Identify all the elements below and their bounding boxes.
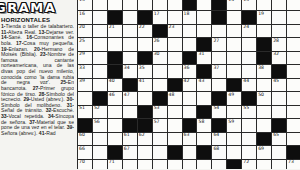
- clue-number: 25-: [60, 79, 67, 85]
- black-cell-r7c7: [168, 79, 183, 93]
- cell-r10c3[interactable]: [108, 119, 123, 133]
- cell-number: 24: [243, 25, 249, 30]
- black-cell-r2c10: [212, 11, 227, 25]
- cell-r9c14[interactable]: [272, 106, 287, 120]
- cell-r2c9[interactable]: [197, 11, 212, 25]
- cell-number: 71: [109, 160, 115, 165]
- cell-r8c14[interactable]: [272, 92, 287, 106]
- cell-r1c11[interactable]: 14: [227, 0, 242, 11]
- cell-r9c11[interactable]: [227, 106, 242, 120]
- clue-number: 23-: [40, 51, 47, 57]
- cell-r2c11[interactable]: [227, 11, 242, 25]
- cell-r6c5[interactable]: 35: [138, 65, 153, 79]
- cell-number: 26: [154, 39, 160, 44]
- black-cell-r12c15: [287, 146, 300, 160]
- cell-r10c9[interactable]: 58: [197, 119, 212, 133]
- cell-number: 19: [258, 12, 264, 17]
- cell-r12c5[interactable]: [138, 146, 153, 160]
- cell-r3c2[interactable]: [93, 25, 108, 39]
- cell-r6c11[interactable]: [227, 65, 242, 79]
- cell-r3c13[interactable]: [257, 25, 272, 39]
- black-cell-r10c8: [183, 119, 198, 133]
- cell-r11c10[interactable]: 64: [212, 133, 227, 147]
- cell-r3c7[interactable]: 23: [168, 25, 183, 39]
- cell-r10c15[interactable]: [287, 119, 300, 133]
- cell-number: 65: [273, 133, 279, 138]
- cell-number: 64: [213, 133, 219, 138]
- cell-number: 21: [109, 25, 115, 30]
- cell-number: 39: [79, 79, 85, 84]
- cell-number: 28: [273, 39, 279, 44]
- cell-r4c15[interactable]: [287, 38, 300, 52]
- cell-r7c1[interactable]: 39: [78, 79, 93, 93]
- cell-r13c4[interactable]: [123, 160, 138, 170]
- cell-r6c2[interactable]: [93, 65, 108, 79]
- clue-number: 17-: [16, 40, 23, 46]
- cell-r4c8[interactable]: [183, 38, 198, 52]
- black-cell-r8c10: [212, 92, 227, 106]
- cell-r5c1[interactable]: 29: [78, 52, 93, 66]
- cell-r11c1[interactable]: 60: [78, 133, 93, 147]
- cell-r4c10[interactable]: 27: [212, 38, 227, 52]
- cell-r13c13[interactable]: [257, 160, 272, 170]
- cell-number: 72: [243, 160, 249, 165]
- cell-number: 58: [198, 120, 204, 125]
- cell-r6c6[interactable]: [153, 65, 168, 79]
- cell-r4c11[interactable]: [227, 38, 242, 52]
- cell-r4c4[interactable]: [123, 38, 138, 52]
- cell-r5c12[interactable]: [242, 52, 257, 66]
- cell-r3c12[interactable]: 24: [242, 25, 257, 39]
- cell-r7c9[interactable]: 43: [197, 79, 212, 93]
- cell-r8c7[interactable]: 48: [168, 92, 183, 106]
- clue-number: 13-: [39, 29, 46, 35]
- cell-number: 45: [273, 79, 279, 84]
- cell-r9c15[interactable]: [287, 106, 300, 120]
- cell-r11c5[interactable]: 62: [138, 133, 153, 147]
- puzzle-title: GRAMA: [0, 0, 74, 14]
- cell-r9c2[interactable]: 52: [93, 106, 108, 120]
- cell-r9c6[interactable]: 53: [153, 106, 168, 120]
- clue-number: 34-: [48, 113, 55, 119]
- black-cell-r12c3: [108, 146, 123, 160]
- black-cell-r2c3: [108, 11, 123, 25]
- cell-r8c9[interactable]: [197, 92, 212, 106]
- cell-r6c10[interactable]: 37: [212, 65, 227, 79]
- cell-number: 36: [184, 66, 190, 71]
- cell-r2c6[interactable]: 17: [153, 11, 168, 25]
- cell-number: 48: [169, 93, 175, 98]
- cell-r8c13[interactable]: 50: [257, 92, 272, 106]
- cell-r9c12[interactable]: 55: [242, 106, 257, 120]
- cell-number: 61: [124, 133, 130, 138]
- cell-r7c3[interactable]: 40: [108, 79, 123, 93]
- cell-r10c12[interactable]: [242, 119, 257, 133]
- cell-r9c4[interactable]: [123, 106, 138, 120]
- cell-r1c14[interactable]: [272, 0, 287, 11]
- cell-r13c3[interactable]: 71: [108, 160, 123, 170]
- clue-number: 37-: [29, 119, 36, 125]
- cell-r7c8[interactable]: 42: [183, 79, 198, 93]
- cell-r2c14[interactable]: [272, 11, 287, 25]
- clue-number: 28-: [39, 91, 46, 97]
- cell-r4c14[interactable]: 28: [272, 38, 287, 52]
- black-cell-r8c12: [242, 92, 257, 106]
- cell-r5c2[interactable]: [93, 52, 108, 66]
- cell-r5c11[interactable]: [227, 52, 242, 66]
- clue-number: 14-: [1, 34, 8, 40]
- cell-r5c14[interactable]: 32: [272, 52, 287, 66]
- cell-r6c7[interactable]: [168, 65, 183, 79]
- cell-r3c3[interactable]: 21: [108, 25, 123, 39]
- cell-r8c4[interactable]: 47: [123, 92, 138, 106]
- cell-r11c8[interactable]: 63: [183, 133, 198, 147]
- cell-number: 17: [154, 12, 160, 17]
- black-cell-r10c14: [272, 119, 287, 133]
- cell-r2c8[interactable]: 18: [183, 11, 198, 25]
- cell-r1c1[interactable]: 13: [78, 0, 93, 11]
- across-clues: 1-Tienda o taller de talabartero. 11-Alt…: [1, 24, 74, 137]
- black-cell-r5c8: [183, 52, 198, 66]
- black-cell-r1c8: [183, 0, 198, 11]
- cell-r13c12[interactable]: 72: [242, 160, 257, 170]
- cell-r6c1[interactable]: 33: [78, 65, 93, 79]
- cell-number: 14: [228, 0, 234, 3]
- cell-number: 34: [124, 66, 130, 71]
- clue-number: 39-: [67, 124, 74, 130]
- clue-number: 29-: [23, 96, 30, 102]
- black-cell-r10c10: [212, 119, 227, 133]
- cell-number: 73: [288, 160, 294, 165]
- cell-r13c7[interactable]: [168, 160, 183, 170]
- cell-r9c7[interactable]: [168, 106, 183, 120]
- cell-r1c13[interactable]: [257, 0, 272, 11]
- cell-r10c2[interactable]: 56: [93, 119, 108, 133]
- black-cell-r6c3: [108, 65, 123, 79]
- cell-number: 68: [213, 147, 219, 152]
- cell-r8c1[interactable]: [78, 92, 93, 106]
- cell-r10c11[interactable]: 59: [227, 119, 242, 133]
- cell-r1c4[interactable]: [123, 0, 138, 11]
- cell-r13c9[interactable]: [197, 160, 212, 170]
- cell-r3c14[interactable]: [272, 25, 287, 39]
- cell-number: 13: [79, 0, 85, 3]
- cell-r10c6[interactable]: 57: [153, 119, 168, 133]
- black-cell-r7c11: [227, 79, 242, 93]
- cell-r11c6[interactable]: [153, 133, 168, 147]
- cell-r12c2[interactable]: [93, 146, 108, 160]
- cell-r6c4[interactable]: 34: [123, 65, 138, 79]
- cell-r4c7[interactable]: [168, 38, 183, 52]
- cell-number: 44: [243, 79, 249, 84]
- cell-r4c5[interactable]: [138, 38, 153, 52]
- cell-r5c10[interactable]: [212, 52, 227, 66]
- cell-r2c7[interactable]: [168, 11, 183, 25]
- cell-r4c1[interactable]: 25: [78, 38, 93, 52]
- black-cell-r2c5: [138, 11, 153, 25]
- black-cell-r12c9: [197, 146, 212, 160]
- cell-r7c14[interactable]: 45: [272, 79, 287, 93]
- clue-number: 16-: [26, 34, 33, 40]
- cell-r2c2[interactable]: [93, 11, 108, 25]
- cell-r10c7[interactable]: [168, 119, 183, 133]
- cell-number: 56: [94, 120, 100, 125]
- cell-number: 33: [79, 66, 85, 71]
- cell-r10c13[interactable]: [257, 119, 272, 133]
- cell-number: 43: [198, 79, 204, 84]
- black-cell-r1c10: [212, 0, 227, 11]
- black-cell-r10c4: [123, 119, 138, 133]
- cell-r8c15[interactable]: [287, 92, 300, 106]
- cell-number: 38: [258, 66, 264, 71]
- cell-r7c13[interactable]: [257, 79, 272, 93]
- cell-number: 67: [124, 147, 130, 152]
- cell-r8c8[interactable]: [183, 92, 198, 106]
- cell-r5c7[interactable]: [168, 52, 183, 66]
- cell-r3c9[interactable]: [197, 25, 212, 39]
- cell-number: 20: [79, 25, 85, 30]
- black-cell-r10c5: [138, 119, 153, 133]
- cell-number: 51: [79, 106, 85, 111]
- cell-r5c15[interactable]: [287, 52, 300, 66]
- cell-number: 47: [124, 93, 130, 98]
- clue-number: 31-: [67, 102, 74, 108]
- black-cell-r12c7: [168, 146, 183, 160]
- cell-r5c6[interactable]: 30: [153, 52, 168, 66]
- black-cell-r9c9: [197, 106, 212, 120]
- cell-number: 60: [79, 133, 85, 138]
- black-cell-r13c11: [227, 160, 242, 170]
- cell-number: 22: [139, 25, 145, 30]
- cell-r1c12[interactable]: 15: [242, 0, 257, 11]
- cell-r2c15[interactable]: [287, 11, 300, 25]
- cell-r1c7[interactable]: [168, 0, 183, 11]
- black-cell-r8c2: [93, 92, 108, 106]
- black-cell-r10c1: [78, 119, 93, 133]
- cell-r1c5[interactable]: [138, 0, 153, 11]
- cell-r11c9[interactable]: [197, 133, 212, 147]
- cell-r3c4[interactable]: [123, 25, 138, 39]
- black-cell-r11c13: [257, 133, 272, 147]
- cell-r4c3[interactable]: [108, 38, 123, 52]
- cell-r9c13[interactable]: [257, 106, 272, 120]
- black-cell-r2c12: [242, 11, 257, 25]
- black-cell-r4c9: [197, 38, 212, 52]
- cell-r8c3[interactable]: 46: [108, 92, 123, 106]
- cell-number: 70: [79, 160, 85, 165]
- cell-number: 49: [228, 93, 234, 98]
- cell-r3c10[interactable]: [212, 25, 227, 39]
- cell-r3c5[interactable]: 22: [138, 25, 153, 39]
- cell-r7c5[interactable]: 41: [138, 79, 153, 93]
- cell-r12c13[interactable]: 69: [257, 146, 272, 160]
- cell-r3c11[interactable]: [227, 25, 242, 39]
- black-cell-r5c5: [138, 52, 153, 66]
- cell-r6c13[interactable]: 38: [257, 65, 272, 79]
- cell-r6c15[interactable]: [287, 65, 300, 79]
- cell-r6c12[interactable]: [242, 65, 257, 79]
- cell-number: 59: [228, 120, 234, 125]
- cell-r11c12[interactable]: [242, 133, 257, 147]
- cell-r12c11[interactable]: [227, 146, 242, 160]
- cell-r9c8[interactable]: [183, 106, 198, 120]
- cell-r1c15[interactable]: [287, 0, 300, 11]
- cell-number: 52: [94, 106, 100, 111]
- cell-r13c14[interactable]: [272, 160, 287, 170]
- cell-number: 63: [184, 133, 190, 138]
- cell-r5c9[interactable]: 31: [197, 52, 212, 66]
- cell-number: 15: [243, 0, 249, 3]
- cell-number: 54: [213, 106, 219, 111]
- cell-r5c4[interactable]: [123, 52, 138, 66]
- black-cell-r6c9: [197, 65, 212, 79]
- cell-r7c12[interactable]: 44: [242, 79, 257, 93]
- cell-r1c2[interactable]: [93, 0, 108, 11]
- cell-number: 55: [243, 106, 249, 111]
- cell-r13c6[interactable]: [153, 160, 168, 170]
- black-cell-r4c13: [257, 38, 272, 52]
- cell-r12c4[interactable]: 67: [123, 146, 138, 160]
- cell-number: 42: [184, 79, 190, 84]
- clues-column: GRAMA HORIZONTALES 1-Tienda o taller de …: [0, 0, 74, 169]
- cell-r11c7[interactable]: [168, 133, 183, 147]
- cell-r9c1[interactable]: 51: [78, 106, 93, 120]
- cell-number: 29: [79, 52, 85, 57]
- cell-number: 16: [79, 12, 85, 17]
- cell-r4c12[interactable]: [242, 38, 257, 52]
- clue-number: 19-: [1, 46, 8, 52]
- cell-r13c10[interactable]: [212, 160, 227, 170]
- cell-r3c1[interactable]: 20: [78, 25, 93, 39]
- cell-r4c2[interactable]: [93, 38, 108, 52]
- cell-r13c1[interactable]: 70: [78, 160, 93, 170]
- cell-r1c3[interactable]: [108, 0, 123, 11]
- cell-number: 41: [139, 79, 145, 84]
- cell-r4c6[interactable]: 26: [153, 38, 168, 52]
- cell-number: 31: [198, 52, 204, 57]
- cell-r13c15[interactable]: 73: [287, 160, 300, 170]
- cell-r8c11[interactable]: 49: [227, 92, 242, 106]
- cell-r13c5[interactable]: [138, 160, 153, 170]
- cell-r12c12[interactable]: [242, 146, 257, 160]
- cell-r7c15[interactable]: [287, 79, 300, 93]
- cell-number: 18: [184, 12, 190, 17]
- cell-number: 57: [154, 120, 160, 125]
- cell-r6c8[interactable]: 36: [183, 65, 198, 79]
- crossword-grid: 1314151617181920212223242526272829303132…: [77, 0, 300, 169]
- cell-r2c1[interactable]: 16: [78, 11, 93, 25]
- cell-r12c10[interactable]: 68: [212, 146, 227, 160]
- cell-number: 23: [169, 25, 175, 30]
- cell-r2c4[interactable]: [123, 11, 138, 25]
- cell-r11c4[interactable]: 61: [123, 133, 138, 147]
- cell-r11c11[interactable]: [227, 133, 242, 147]
- black-cell-r5c3: [108, 52, 123, 66]
- cell-r12c1[interactable]: 66: [78, 146, 93, 160]
- cell-r3c8[interactable]: [183, 25, 198, 39]
- cell-r2c13[interactable]: 19: [257, 11, 272, 25]
- cell-r7c10[interactable]: [212, 79, 227, 93]
- cell-number: 27: [213, 39, 219, 44]
- cell-r7c6[interactable]: [153, 79, 168, 93]
- cell-r7c2[interactable]: [93, 79, 108, 93]
- cell-r8c5[interactable]: [138, 92, 153, 106]
- cell-r11c3[interactable]: [108, 133, 123, 147]
- cell-number: 40: [109, 79, 115, 84]
- black-cell-r9c5: [138, 106, 153, 120]
- cell-r3c15[interactable]: [287, 25, 300, 39]
- cell-number: 37: [213, 66, 219, 71]
- cell-r11c15[interactable]: [287, 133, 300, 147]
- cell-r9c10[interactable]: 54: [212, 106, 227, 120]
- cell-number: 46: [109, 93, 115, 98]
- cell-number: 50: [258, 93, 264, 98]
- cell-r12c8[interactable]: [183, 146, 198, 160]
- black-cell-r3c6: [153, 25, 168, 39]
- cell-r12c6[interactable]: [153, 146, 168, 160]
- cell-r1c6[interactable]: [153, 0, 168, 11]
- cell-number: 32: [273, 52, 279, 57]
- clue-number: 41-: [39, 130, 46, 136]
- cell-r13c8[interactable]: [183, 160, 198, 170]
- cell-r12c14[interactable]: [272, 146, 287, 160]
- cell-number: 30: [154, 52, 160, 57]
- black-cell-r7c4: [123, 79, 138, 93]
- cell-number: 62: [139, 133, 145, 138]
- clue-number: 33-: [1, 113, 8, 119]
- cell-r9c3[interactable]: [108, 106, 123, 120]
- black-cell-r5c13: [257, 52, 272, 66]
- cell-r11c14[interactable]: 65: [272, 133, 287, 147]
- cell-number: 66: [79, 147, 85, 152]
- cell-number: 53: [154, 106, 160, 111]
- cell-number: 25: [79, 39, 85, 44]
- cell-r1c9[interactable]: [197, 0, 212, 11]
- black-cell-r6c14: [272, 65, 287, 79]
- cell-number: 35: [139, 66, 145, 71]
- cell-number: 69: [258, 147, 264, 152]
- cell-r11c2[interactable]: [93, 133, 108, 147]
- black-cell-r8c6: [153, 92, 168, 106]
- cell-r13c2[interactable]: [93, 160, 108, 170]
